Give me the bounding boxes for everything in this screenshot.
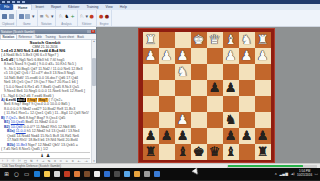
engine-tool-icon[interactable]: ● (105, 14, 109, 19)
redo-icon[interactable] (12, 1, 15, 3)
move-text[interactable]: ( 4.Nxd4 Bc5 5.Be3 Qf6 6.c3 Nge7 ) (1, 53, 59, 57)
panel-tab-score-sheet[interactable]: Score sheet (57, 34, 76, 39)
taskbar-app-store[interactable] (53, 170, 60, 177)
square-b7[interactable]: ♟ (239, 128, 255, 144)
ribbon: Clipboard▾Game≡✎▾Notation♘♞+Analysis♘▾●K… (0, 10, 320, 27)
ribbon-group-game: ▾Game (17, 10, 38, 26)
square-g8[interactable] (159, 144, 175, 160)
panel-tab-book[interactable]: Book (76, 34, 86, 39)
move-text[interactable]: Be6 8.fxg7 Bxg7 9.Qxc4 0-0 10.0-0 Bd5 ) (4, 102, 70, 106)
start-icon[interactable]: ⊞ (3, 170, 10, 177)
square-a3[interactable] (255, 64, 271, 80)
kibitzer-tool-icon[interactable]: ● (90, 14, 94, 19)
square-a1[interactable]: ♜ (255, 32, 271, 48)
panel-tab-table[interactable]: Table (33, 34, 43, 39)
board-frame: ♜♚♛♝♞♜♟♟♟♟♟♟♞♟♟♟♞♟♟♟♟♟♟♜♝♚♛♝♜ (138, 28, 275, 163)
undo-icon[interactable] (7, 1, 10, 3)
move-text[interactable]: ( 11.Re1 Rxe1+ 12.Qxe1 Qd5 ) 11...Bg4 12… (4, 111, 89, 115)
move-text[interactable]: 9...Nc5 10.Bxg5 Qd7 11.Nd2 / 11.0-0 Ne6 … (4, 67, 83, 71)
move-text[interactable]: 7.Qe2+ (6, 116, 18, 120)
ribbon-group-analysis: ♘♞+Analysis (56, 10, 77, 26)
square-a8[interactable]: ♜ (255, 144, 271, 160)
square-b8[interactable] (239, 144, 255, 160)
search-icon[interactable]: ○ (13, 170, 20, 177)
move-text[interactable]: 11.0-0 (16, 129, 26, 133)
analysis-tool-icon[interactable]: + (70, 14, 74, 19)
move-text[interactable]: 6.exf6 (6, 98, 16, 102)
game-tool-icon[interactable] (19, 14, 24, 19)
move-text[interactable]: Bxd5 11.Nbd2 0-0-0 (24, 120, 57, 124)
square-c4[interactable]: ♟ (223, 80, 239, 96)
taskbar-app-app-blue[interactable] (103, 170, 110, 177)
square-e7[interactable] (191, 128, 207, 144)
panel-close-button[interactable]: ✕ (91, 30, 95, 34)
black-pawn-c7[interactable]: ♟ (225, 128, 237, 144)
white-pawn-f2[interactable]: ♟ (177, 48, 189, 64)
move-text[interactable]: 0-0-0!? 11.Nbd2 Rh5 12.Nb3 Bf5 (23, 125, 76, 129)
square-f6[interactable]: ♟ (175, 112, 191, 128)
black-knight-c6[interactable]: ♞ (225, 112, 237, 128)
analysis-tool-icon[interactable]: ♘ (58, 14, 62, 19)
white-knight-f3[interactable]: ♞ (177, 64, 189, 80)
taskbar-app-app-red[interactable] (63, 170, 70, 177)
panel-tab-reference[interactable]: Reference (17, 34, 34, 39)
taskbar-app-explorer[interactable] (43, 170, 50, 177)
quick-access-toolbar[interactable] (2, 1, 25, 3)
move-text[interactable]: ( 7.Qe2+ (48, 98, 63, 102)
square-b1[interactable]: ♞ (239, 32, 255, 48)
white-pawn-f6[interactable]: ♟ (177, 112, 189, 128)
white-king-e1[interactable]: ♚ (193, 32, 205, 48)
square-e8[interactable]: ♚ (191, 144, 207, 160)
white-pawn-g2[interactable]: ♟ (161, 48, 173, 64)
square-c1[interactable]: ♝ (223, 32, 239, 48)
square-g5[interactable] (159, 96, 175, 112)
game-tool-icon[interactable]: ▾ (32, 14, 35, 19)
notation-tool-icon[interactable]: ▾ (51, 14, 54, 19)
highlighted-move[interactable]: Bxg7 (38, 98, 47, 102)
square-h8[interactable]: ♜ (143, 144, 159, 160)
square-f7[interactable]: ♟ (175, 128, 191, 144)
taskbar-app-app-gray[interactable] (143, 170, 150, 177)
scrollbar-thumb[interactable] (92, 58, 96, 86)
square-a6[interactable] (255, 112, 271, 128)
move-text[interactable]: 17.Nd3 Rh5! 18.Be3 b6 19.Nf4 Nxf4 20.Bxf… (7, 138, 78, 142)
square-g4[interactable] (159, 80, 175, 96)
move-text[interactable]: ( 7.d5 Ne5 8.Nxe5 Qxd5 ) 1/2 (1, 147, 48, 151)
move-text[interactable]: 10.Qxd5 (11, 120, 25, 124)
square-f5[interactable] (175, 96, 191, 112)
white-pawn-h2[interactable]: ♟ (145, 48, 157, 64)
source-date: CBM 21.10.2016 (0, 45, 90, 49)
square-c8[interactable]: ♝ (223, 144, 239, 160)
square-e5[interactable] (191, 96, 207, 112)
black-pawn-h7[interactable]: ♟ (145, 128, 157, 144)
chess-board[interactable]: ♜♚♛♝♞♜♟♟♟♟♟♟♞♟♟♟♞♟♟♟♟♟♟♜♝♚♛♝♜ (143, 32, 271, 160)
square-b4[interactable] (239, 80, 255, 96)
analysis-tool-icon[interactable]: ♞ (64, 14, 68, 19)
square-e6[interactable] (191, 112, 207, 128)
square-f8[interactable]: ♝ (175, 144, 191, 160)
white-pawn-b2[interactable]: ♟ (241, 48, 253, 64)
move-text[interactable]: B2) (4, 125, 11, 129)
move-text[interactable]: c5 13.Qd2 Qc6 / 12.c4?! dxc3 13.Nxc3 Nxg… (4, 71, 75, 75)
square-d6[interactable] (207, 112, 223, 128)
taskbar-app-app-amber[interactable] (133, 170, 140, 177)
square-f2[interactable]: ♟ (175, 48, 191, 64)
engine-tool-icon[interactable]: ● (99, 14, 103, 19)
square-b6[interactable] (239, 112, 255, 128)
ribbon-group-engine: ●●Engine (97, 10, 112, 26)
move-text[interactable]: 1.e4 e5 2.Nf3 Nc6 3.d4 exd4 4.Bc4 Nf6 (1, 49, 65, 53)
taskbar-app-edge[interactable] (33, 170, 40, 177)
task-view-icon[interactable]: ▭ (23, 170, 30, 177)
white-rook-a1[interactable]: ♜ (257, 32, 269, 48)
taskbar-app-app-lightblue[interactable] (123, 170, 130, 177)
white-pawn-c2[interactable]: ♟ (225, 48, 237, 64)
black-pawn-a7[interactable]: ♟ (257, 128, 269, 144)
square-f3[interactable]: ♞ (175, 64, 191, 80)
square-d3[interactable] (207, 64, 223, 80)
new-board-icon[interactable] (17, 1, 20, 3)
game-tool-icon[interactable] (25, 14, 30, 19)
square-h1[interactable]: ♜ (143, 32, 159, 48)
black-pawn-g7[interactable]: ♟ (161, 128, 173, 144)
white-rook-h1[interactable]: ♜ (145, 32, 157, 48)
panel-minimize-button[interactable]: ▫ (87, 30, 91, 34)
board-area: ♜♚♛♝♞♜♟♟♟♟♟♟♞♟♟♟♞♟♟♟♟♟♟♜♝♚♛♝♜ (97, 27, 320, 163)
white-queen-d1[interactable]: ♛ (209, 32, 221, 48)
ribbon-group-notation: ≡✎▾Notation (38, 10, 57, 26)
notation-tool-icon[interactable]: ≡ (40, 14, 44, 19)
current-move[interactable]: dxc4 (17, 98, 26, 102)
volume-icon[interactable]: ◄) (290, 172, 294, 176)
square-b5[interactable] (239, 96, 255, 112)
taskbar-app-app-white[interactable] (93, 170, 100, 177)
square-f1[interactable] (175, 32, 191, 48)
taskbar-app-app-dark[interactable] (113, 170, 120, 177)
square-a5[interactable] (255, 96, 271, 112)
square-c5[interactable] (223, 96, 239, 112)
notation-tool-icon[interactable]: ✎ (45, 14, 49, 19)
square-a4[interactable] (255, 80, 271, 96)
square-h7[interactable]: ♟ (143, 128, 159, 144)
move-text[interactable]: 14.Nd5 Bd6! 15.exd6 0-0 16.dxc7 Qd6 17.Q… (4, 76, 78, 80)
black-rook-h8[interactable]: ♜ (145, 144, 157, 160)
taskbar-app-chessbase[interactable] (83, 170, 90, 177)
taskbar-app-app-azure[interactable] (153, 170, 160, 177)
square-f4[interactable] (175, 80, 191, 96)
move-text[interactable]: 8.0-0 0-0 9.Nbd2 cxd2? 10.Bxd2 Re8 11.Bc… (4, 107, 75, 111)
highlighted-move[interactable]: 7.fxg7 (27, 98, 38, 102)
print-icon[interactable] (22, 1, 25, 3)
taskbar-clock[interactable]: 1:54 PM 10/21/2016 (297, 170, 312, 177)
white-pawn-a2[interactable]: ♟ (257, 48, 269, 64)
square-g6[interactable] (159, 112, 175, 128)
square-h5[interactable] (143, 96, 159, 112)
game-header: Scotch Gambit CBM 21.10.2016 (0, 40, 90, 49)
move-text[interactable]: Ne6 18.Qe5 Qxc7 19.Qxc7 Nxc7 20.Rac1 b6 … (4, 80, 78, 84)
black-bishop-f8[interactable]: ♝ (177, 144, 189, 160)
move-text[interactable]: Nge7 12.Nbd2 Qb5! 13.Qxb5 = (27, 143, 78, 147)
white-knight-b1[interactable]: ♞ (241, 32, 253, 48)
black-pawn-f7[interactable]: ♟ (177, 128, 189, 144)
move-text[interactable]: h5 12.Nbd2 h4 13.Qxd4 / 13.Ne4 (26, 129, 80, 133)
square-g3[interactable] (159, 64, 175, 80)
square-d1[interactable]: ♛ (207, 32, 223, 48)
move-text[interactable]: [ 5.0-0 Nxe4 6.Re1 d5 7.Bxd5 Qxd5 8.Nc3 … (4, 85, 79, 89)
black-king-e8[interactable]: ♚ (193, 144, 205, 160)
move-text[interactable]: B3a) (7, 129, 16, 133)
move-text[interactable]: ( 5...Ng4 6.Qe2 d6 7.exd6 Bxd6 ) (1, 94, 54, 98)
square-c3[interactable] (223, 64, 239, 80)
square-d8[interactable]: ♛ (207, 144, 223, 160)
square-g2[interactable]: ♟ (159, 48, 175, 64)
clipboard-tool-icon[interactable] (9, 14, 14, 19)
notation-line[interactable]: ( 7.d5 Ne5 8.Nxe5 Qxd5 ) 1/2 (1, 147, 90, 151)
network-icon[interactable]: ▂▄▆ (280, 172, 288, 176)
black-queen-d8[interactable]: ♛ (209, 144, 221, 160)
square-e1[interactable]: ♚ (191, 32, 207, 48)
move-text[interactable]: B1) (4, 120, 11, 124)
move-text[interactable]: 8.fxe5 Nxe4 9.Qxd4 ( 9.0-0 d3+ 10.Kh1 Nc… (4, 62, 76, 66)
square-d7[interactable] (207, 128, 223, 144)
move-text[interactable]: 5.e5 d5 (1, 58, 13, 62)
panel-caption-text: Notation (Scotch Gambit) (1, 30, 35, 34)
square-d4[interactable]: ♟ (207, 80, 223, 96)
kibitzer-tool-icon[interactable]: ▾ (86, 14, 89, 19)
move-text[interactable]: [ 5.Ng5 Ne5 6.Bb3 h6 7.f4 hxg5 (13, 58, 64, 62)
panel-tab-notation[interactable]: Notation (0, 34, 17, 39)
black-pawn-c4[interactable]: ♟ (225, 80, 237, 96)
square-a2[interactable]: ♟ (255, 48, 271, 64)
ribbon-group-kibitzer: ♘▾●Kibitzer (78, 10, 97, 26)
square-c6[interactable]: ♞ (223, 112, 239, 128)
square-b2[interactable]: ♟ (239, 48, 255, 64)
square-h2[interactable]: ♟ (143, 48, 159, 64)
kibitzer-tool-icon[interactable]: ♘ (80, 14, 84, 19)
notification-center-icon[interactable]: ▭ (315, 172, 318, 176)
black-rook-a8[interactable]: ♜ (257, 144, 269, 160)
clipboard-tool-icon[interactable] (2, 14, 7, 19)
black-pawn-d4[interactable]: ♟ (209, 80, 221, 96)
square-c7[interactable]: ♟ (223, 128, 239, 144)
notation-text[interactable]: 1.e4 e5 2.Nf3 Nc6 3.d4 exd4 4.Bc4 Nf6( 4… (1, 49, 90, 151)
square-h4[interactable] (143, 80, 159, 96)
move-text[interactable]: 11.Be3 (16, 143, 27, 147)
square-g1[interactable] (159, 32, 175, 48)
square-c2[interactable]: ♟ (223, 48, 239, 64)
square-e3[interactable] (191, 64, 207, 80)
taskbar-app-app-orange[interactable] (73, 170, 80, 177)
save-icon[interactable] (2, 1, 5, 3)
square-e4[interactable] (191, 80, 207, 96)
tray-caret-icon[interactable]: ∧ (274, 172, 277, 176)
move-text[interactable]: 9.Nxe4 Be6 10.Neg5 0-0-0 11.Nxe6 fxe6 12… (4, 89, 85, 93)
square-h3[interactable] (143, 64, 159, 80)
black-bishop-c8[interactable]: ♝ (225, 144, 237, 160)
square-d5[interactable] (207, 96, 223, 112)
windows-taskbar: ⊞○▭ ∧ ▂▄▆ ◄) 1:54 PM 10/21/2016 ▭ (0, 168, 320, 181)
panel-tab-training[interactable]: Training (44, 34, 58, 39)
square-d2[interactable] (207, 48, 223, 64)
square-a7[interactable]: ♟ (255, 128, 271, 144)
chessbase-window: File HomeInsertReportKibitzerTrainingVie… (0, 0, 320, 180)
white-bishop-c1[interactable]: ♝ (225, 32, 237, 48)
move-text[interactable]: Be6 8.fxg7 Bxg7 9.Qxc4 Qd5 (18, 116, 66, 120)
black-pawn-b7[interactable]: ♟ (241, 128, 253, 144)
square-h6[interactable] (143, 112, 159, 128)
move-text[interactable]: Qxd4 14.Nxd4 Nxd4 15.Nc5 Bc8 16.Rd1 Ne6 (7, 134, 79, 138)
square-g7[interactable]: ♟ (159, 128, 175, 144)
move-text[interactable]: 10.Qd3 (11, 125, 23, 129)
square-b3[interactable] (239, 64, 255, 80)
square-e2[interactable] (191, 48, 207, 64)
notation-panel: Notation (Scotch Gambit) ▫ ✕ NotationRef… (0, 27, 96, 163)
ribbon-group-clipboard: Clipboard (0, 10, 17, 26)
move-text[interactable]: B3b) (7, 143, 16, 147)
